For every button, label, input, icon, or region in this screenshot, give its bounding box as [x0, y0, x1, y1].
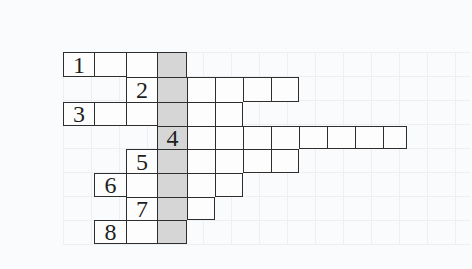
answer-cell[interactable]: [187, 102, 215, 126]
answer-cell[interactable]: [126, 102, 157, 126]
clue-cell-1[interactable]: 1: [63, 52, 94, 77]
answer-cell[interactable]: [215, 77, 243, 102]
answer-cell[interactable]: [243, 149, 271, 173]
clue-cell-4[interactable]: 4: [157, 126, 187, 150]
answer-cell[interactable]: [187, 173, 215, 197]
answer-cell[interactable]: [215, 173, 243, 197]
answer-cell[interactable]: [355, 126, 383, 150]
answer-cell[interactable]: [271, 126, 299, 150]
answer-cell[interactable]: [94, 102, 126, 126]
answer-cell[interactable]: [187, 77, 215, 102]
answer-cell[interactable]: [299, 126, 327, 150]
answer-cell[interactable]: [187, 149, 215, 173]
answer-cell[interactable]: [327, 126, 355, 150]
puzzle-canvas: 12345678: [0, 0, 472, 269]
clue-cell-6[interactable]: 6: [94, 173, 126, 197]
answer-cell[interactable]: [383, 126, 407, 150]
keyword-cell[interactable]: [157, 173, 187, 197]
answer-cell[interactable]: [215, 126, 243, 150]
keyword-cell[interactable]: [157, 220, 187, 244]
answer-cell[interactable]: [271, 77, 299, 102]
keyword-cell[interactable]: [157, 102, 187, 126]
answer-cell[interactable]: [243, 126, 271, 150]
answer-cell[interactable]: [94, 52, 126, 77]
answer-cell[interactable]: [187, 126, 215, 150]
clue-cell-5[interactable]: 5: [126, 149, 157, 173]
answer-cell[interactable]: [271, 149, 299, 173]
answer-cell[interactable]: [126, 173, 157, 197]
keyword-cell[interactable]: [157, 77, 187, 102]
clue-cell-3[interactable]: 3: [63, 102, 94, 126]
answer-cell[interactable]: [126, 52, 157, 77]
crossword-grid: 12345678: [63, 52, 407, 244]
clue-cell-2[interactable]: 2: [126, 77, 157, 102]
answer-cell[interactable]: [243, 77, 271, 102]
answer-cell[interactable]: [215, 149, 243, 173]
answer-cell[interactable]: [215, 102, 243, 126]
clue-cell-7[interactable]: 7: [126, 197, 157, 221]
keyword-cell[interactable]: [157, 52, 187, 77]
clue-cell-8[interactable]: 8: [94, 220, 126, 244]
answer-cell[interactable]: [126, 220, 157, 244]
keyword-cell[interactable]: [157, 149, 187, 173]
keyword-cell[interactable]: [157, 197, 187, 221]
answer-cell[interactable]: [187, 197, 215, 221]
